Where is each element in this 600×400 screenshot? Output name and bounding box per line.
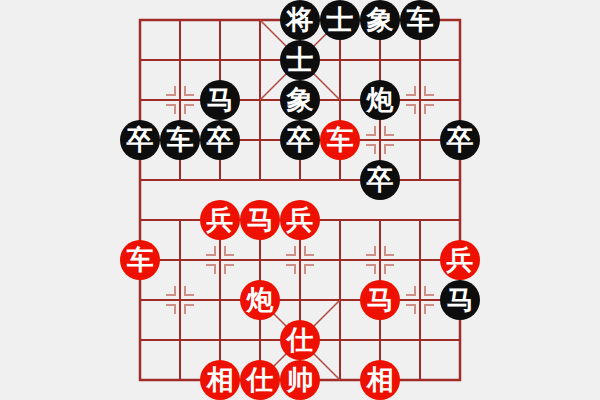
piece-black-advisor[interactable]: 士 [320, 0, 360, 40]
piece-red-soldier[interactable]: 兵 [200, 200, 240, 240]
piece-red-general[interactable]: 帅 [280, 360, 320, 400]
piece-black-chariot[interactable]: 车 [400, 0, 440, 40]
piece-red-chariot[interactable]: 车 [320, 120, 360, 160]
piece-red-horse[interactable]: 马 [240, 200, 280, 240]
piece-black-advisor[interactable]: 士 [280, 40, 320, 80]
piece-black-chariot[interactable]: 车 [160, 120, 200, 160]
piece-red-chariot[interactable]: 车 [120, 240, 160, 280]
piece-red-soldier[interactable]: 兵 [440, 240, 480, 280]
piece-black-horse[interactable]: 马 [200, 80, 240, 120]
piece-red-advisor[interactable]: 仕 [280, 320, 320, 360]
piece-black-soldier[interactable]: 卒 [200, 120, 240, 160]
piece-black-soldier[interactable]: 卒 [120, 120, 160, 160]
piece-red-horse[interactable]: 马 [360, 280, 400, 320]
piece-black-horse[interactable]: 马 [440, 280, 480, 320]
piece-red-cannon[interactable]: 炮 [240, 280, 280, 320]
piece-red-soldier[interactable]: 兵 [280, 200, 320, 240]
piece-black-elephant[interactable]: 象 [280, 80, 320, 120]
piece-red-elephant[interactable]: 相 [360, 360, 400, 400]
piece-black-general[interactable]: 将 [280, 0, 320, 40]
xiangqi-app: 将士象车士马象炮卒车卒卒车卒卒兵马兵车兵炮马马仕相仕帅相 [0, 0, 600, 400]
piece-red-advisor[interactable]: 仕 [240, 360, 280, 400]
piece-black-soldier[interactable]: 卒 [280, 120, 320, 160]
piece-black-cannon[interactable]: 炮 [360, 80, 400, 120]
piece-red-elephant[interactable]: 相 [200, 360, 240, 400]
piece-black-soldier[interactable]: 卒 [360, 160, 400, 200]
piece-black-elephant[interactable]: 象 [360, 0, 400, 40]
piece-black-soldier[interactable]: 卒 [440, 120, 480, 160]
